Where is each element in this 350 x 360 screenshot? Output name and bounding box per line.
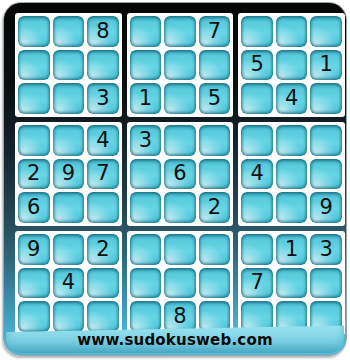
- cell-r7c8[interactable]: 1: [276, 234, 308, 265]
- box-3-2: 8: [127, 231, 234, 335]
- box-1-3: 514: [238, 13, 345, 117]
- cell-r8c9[interactable]: [310, 268, 342, 299]
- cell-r3c7[interactable]: [241, 83, 273, 114]
- cell-r7c4[interactable]: [130, 234, 162, 265]
- cell-r1c6[interactable]: 7: [199, 16, 231, 47]
- cell-r6c2[interactable]: [53, 192, 85, 223]
- box-1-1: 83: [15, 13, 122, 117]
- footer: www.sudokusweb.com: [6, 323, 344, 353]
- cell-r4c8[interactable]: [276, 125, 308, 156]
- cell-r1c2[interactable]: [53, 16, 85, 47]
- sudoku-board-frame: 8371551442976362499248137 www.sudokusweb…: [3, 2, 347, 356]
- cell-r8c5[interactable]: [164, 268, 196, 299]
- box-2-1: 42976: [15, 122, 122, 226]
- sudoku-page: 8371551442976362499248137 www.sudokusweb…: [0, 0, 350, 360]
- cell-r8c1[interactable]: [18, 268, 50, 299]
- cell-r7c1[interactable]: 9: [18, 234, 50, 265]
- cell-r3c3[interactable]: 3: [87, 83, 119, 114]
- cell-r2c2[interactable]: [53, 50, 85, 81]
- cell-r6c5[interactable]: [164, 192, 196, 223]
- cell-r3c5[interactable]: [164, 83, 196, 114]
- cell-r7c9[interactable]: 3: [310, 234, 342, 265]
- cell-r6c8[interactable]: [276, 192, 308, 223]
- cell-r4c7[interactable]: [241, 125, 273, 156]
- cell-r4c6[interactable]: [199, 125, 231, 156]
- cell-r8c7[interactable]: 7: [241, 268, 273, 299]
- box-3-1: 924: [15, 231, 122, 335]
- cell-r8c8[interactable]: [276, 268, 308, 299]
- cell-r4c9[interactable]: [310, 125, 342, 156]
- cell-r8c3[interactable]: [87, 268, 119, 299]
- cell-r6c3[interactable]: [87, 192, 119, 223]
- cell-r2c8[interactable]: [276, 50, 308, 81]
- cell-r5c2[interactable]: 9: [53, 159, 85, 190]
- cell-r7c7[interactable]: [241, 234, 273, 265]
- cell-r8c2[interactable]: 4: [53, 268, 85, 299]
- cell-r5c5[interactable]: 6: [164, 159, 196, 190]
- cell-r1c1[interactable]: [18, 16, 50, 47]
- cell-r4c1[interactable]: [18, 125, 50, 156]
- cell-r2c6[interactable]: [199, 50, 231, 81]
- cell-r6c7[interactable]: [241, 192, 273, 223]
- cell-r3c9[interactable]: [310, 83, 342, 114]
- footer-url-link[interactable]: www.sudokusweb.com: [6, 331, 344, 349]
- cell-r4c4[interactable]: 3: [130, 125, 162, 156]
- cell-r3c2[interactable]: [53, 83, 85, 114]
- cell-r4c3[interactable]: 4: [87, 125, 119, 156]
- cell-r7c2[interactable]: [53, 234, 85, 265]
- cell-r2c7[interactable]: 5: [241, 50, 273, 81]
- cell-r4c2[interactable]: [53, 125, 85, 156]
- cell-r2c1[interactable]: [18, 50, 50, 81]
- cell-r2c9[interactable]: 1: [310, 50, 342, 81]
- cell-r5c9[interactable]: [310, 159, 342, 190]
- cell-r7c3[interactable]: 2: [87, 234, 119, 265]
- cell-r1c4[interactable]: [130, 16, 162, 47]
- cell-r1c3[interactable]: 8: [87, 16, 119, 47]
- cell-r1c9[interactable]: [310, 16, 342, 47]
- cell-r5c8[interactable]: [276, 159, 308, 190]
- cell-r5c4[interactable]: [130, 159, 162, 190]
- box-2-3: 49: [238, 122, 345, 226]
- cell-r6c1[interactable]: 6: [18, 192, 50, 223]
- cell-r7c5[interactable]: [164, 234, 196, 265]
- cell-r2c5[interactable]: [164, 50, 196, 81]
- cell-r1c7[interactable]: [241, 16, 273, 47]
- cell-r8c4[interactable]: [130, 268, 162, 299]
- cell-r1c5[interactable]: [164, 16, 196, 47]
- cell-r3c1[interactable]: [18, 83, 50, 114]
- cell-r6c6[interactable]: 2: [199, 192, 231, 223]
- box-3-3: 137: [238, 231, 345, 335]
- cell-r2c4[interactable]: [130, 50, 162, 81]
- box-1-2: 715: [127, 13, 234, 117]
- cell-r1c8[interactable]: [276, 16, 308, 47]
- cell-r6c4[interactable]: [130, 192, 162, 223]
- cell-r3c4[interactable]: 1: [130, 83, 162, 114]
- cell-r4c5[interactable]: [164, 125, 196, 156]
- cell-r5c1[interactable]: 2: [18, 159, 50, 190]
- box-2-2: 362: [127, 122, 234, 226]
- cell-r5c6[interactable]: [199, 159, 231, 190]
- cell-r6c9[interactable]: 9: [310, 192, 342, 223]
- cell-r8c6[interactable]: [199, 268, 231, 299]
- cell-r3c8[interactable]: 4: [276, 83, 308, 114]
- cell-r7c6[interactable]: [199, 234, 231, 265]
- sudoku-grid: 8371551442976362499248137: [15, 13, 345, 335]
- cell-r5c7[interactable]: 4: [241, 159, 273, 190]
- cell-r5c3[interactable]: 7: [87, 159, 119, 190]
- cell-r2c3[interactable]: [87, 50, 119, 81]
- cell-r3c6[interactable]: 5: [199, 83, 231, 114]
